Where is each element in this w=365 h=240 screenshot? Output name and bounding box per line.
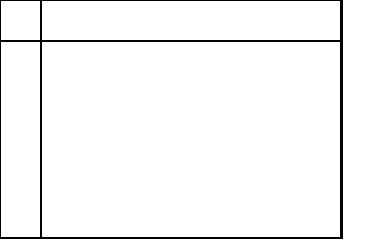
clue-corner [1, 1, 42, 42]
nonogram-screenshot [0, 0, 365, 240]
corner-watermark [1, 1, 42, 32]
nonogram-puzzle [0, 0, 343, 239]
puzzle-grid [42, 42, 341, 237]
column-clues [42, 1, 341, 42]
row-clues [1, 42, 42, 237]
